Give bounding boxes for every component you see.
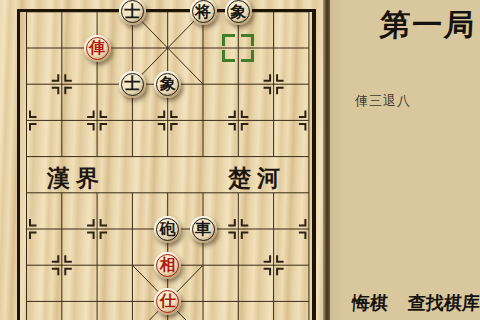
board-sidebar-divider (323, 0, 330, 320)
piece-black-象[interactable]: 象 (154, 71, 181, 98)
piece-glyph: 砲 (160, 221, 176, 237)
piece-glyph: 士 (124, 76, 140, 92)
piece-glyph: 仕 (160, 293, 176, 309)
piece-glyph: 俥 (89, 40, 105, 56)
piece-black-砲[interactable]: 砲 (154, 216, 181, 243)
piece-glyph: 象 (160, 76, 176, 92)
search-library-button[interactable]: 查找棋库 (407, 291, 480, 315)
game-title: 第一局 (379, 5, 477, 46)
piece-glyph: 将 (195, 3, 211, 19)
piece-red-俥[interactable]: 俥 (84, 35, 111, 62)
piece-glyph: 相 (160, 257, 176, 273)
action-bar: 悔棋 查找棋库 (352, 291, 480, 315)
piece-glyph: 車 (195, 221, 211, 237)
piece-red-相[interactable]: 相 (154, 252, 181, 279)
undo-move-button[interactable]: 悔棋 (351, 291, 389, 315)
river-label-right: 楚河 (228, 163, 286, 194)
piece-glyph: 士 (124, 3, 140, 19)
xiangqi-board[interactable]: 漢界 楚河 士将象俥士象砲車相仕 (0, 0, 323, 320)
piece-black-車[interactable]: 車 (190, 216, 217, 243)
sidebar: 第一局 俥三退八 悔棋 查找棋库 (330, 0, 480, 320)
piece-red-仕[interactable]: 仕 (154, 288, 181, 315)
piece-glyph: 象 (230, 3, 246, 19)
move-notation: 俥三退八 (355, 92, 411, 110)
app-window: 漢界 楚河 士将象俥士象砲車相仕 第一局 俥三退八 悔棋 查找棋库 (0, 0, 480, 320)
river-label-left: 漢界 (47, 163, 105, 194)
piece-black-将[interactable]: 将 (190, 0, 217, 25)
piece-black-士[interactable]: 士 (119, 71, 146, 98)
